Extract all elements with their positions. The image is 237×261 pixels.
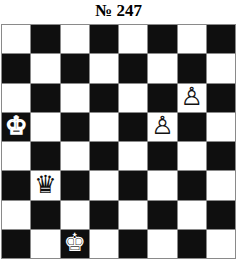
- square-a4: [2, 142, 30, 170]
- square-b7: [31, 54, 59, 82]
- white-king-c1: ♚: [63, 230, 85, 255]
- square-c5: [61, 113, 89, 141]
- square-f5: ♙: [148, 113, 176, 141]
- square-c8: [61, 25, 89, 53]
- square-h2: [207, 201, 235, 229]
- square-d6: [90, 84, 118, 112]
- square-f3: [148, 171, 176, 199]
- black-king-a5: ♚: [5, 113, 27, 138]
- square-a7: [2, 54, 30, 82]
- square-e1: [119, 230, 147, 258]
- black-queen-b3: ♛: [34, 172, 56, 197]
- square-h4: [207, 142, 235, 170]
- square-g2: [178, 201, 206, 229]
- square-d2: [90, 201, 118, 229]
- square-a2: [2, 201, 30, 229]
- square-f1: [148, 230, 176, 258]
- square-g1: [178, 230, 206, 258]
- square-c6: [61, 84, 89, 112]
- square-d8: [90, 25, 118, 53]
- square-g4: [178, 142, 206, 170]
- square-c4: [61, 142, 89, 170]
- square-a6: [2, 84, 30, 112]
- square-f6: [148, 84, 176, 112]
- square-b4: [31, 142, 59, 170]
- square-a3: [2, 171, 30, 199]
- square-b8: [31, 25, 59, 53]
- white-pawn-g6: ♙: [180, 84, 202, 109]
- square-d3: [90, 171, 118, 199]
- square-f4: [148, 142, 176, 170]
- square-b6: [31, 84, 59, 112]
- square-f8: [148, 25, 176, 53]
- square-a1: [2, 230, 30, 258]
- square-h7: [207, 54, 235, 82]
- square-g7: [178, 54, 206, 82]
- square-b5: [31, 113, 59, 141]
- square-f2: [148, 201, 176, 229]
- square-a8: [2, 25, 30, 53]
- square-a5: ♚: [2, 113, 30, 141]
- square-g5: [178, 113, 206, 141]
- square-e8: [119, 25, 147, 53]
- chess-board: ♙♚♙♛♚: [1, 24, 236, 259]
- square-e6: [119, 84, 147, 112]
- square-h3: [207, 171, 235, 199]
- square-h1: [207, 230, 235, 258]
- square-g3: [178, 171, 206, 199]
- square-b3: ♛: [31, 171, 59, 199]
- square-d5: [90, 113, 118, 141]
- square-d7: [90, 54, 118, 82]
- square-b2: [31, 201, 59, 229]
- square-c7: [61, 54, 89, 82]
- square-e3: [119, 171, 147, 199]
- square-f7: [148, 54, 176, 82]
- square-c1: ♚: [61, 230, 89, 258]
- square-e7: [119, 54, 147, 82]
- square-b1: [31, 230, 59, 258]
- square-h8: [207, 25, 235, 53]
- square-e5: [119, 113, 147, 141]
- puzzle-number-title: № 247: [0, 0, 237, 21]
- square-e2: [119, 201, 147, 229]
- square-c2: [61, 201, 89, 229]
- square-h6: [207, 84, 235, 112]
- square-d4: [90, 142, 118, 170]
- square-h5: [207, 113, 235, 141]
- square-g6: ♙: [178, 84, 206, 112]
- white-pawn-f5: ♙: [151, 113, 173, 138]
- square-e4: [119, 142, 147, 170]
- square-g8: [178, 25, 206, 53]
- square-c3: [61, 171, 89, 199]
- square-d1: [90, 230, 118, 258]
